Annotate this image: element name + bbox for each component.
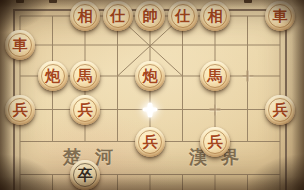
piece-red-仕[interactable]: 仕 (103, 1, 133, 31)
xiangqi-board: 楚河 漢界 相仕帥仕相車車炮馬炮馬兵兵兵兵兵卒 (0, 0, 304, 190)
file-number-mark (16, 0, 24, 3)
piece-label: 兵 (135, 127, 165, 157)
piece-red-炮[interactable]: 炮 (135, 61, 165, 91)
piece-label: 炮 (135, 61, 165, 91)
piece-red-相[interactable]: 相 (70, 1, 100, 31)
piece-red-車[interactable]: 車 (5, 30, 35, 60)
piece-red-相[interactable]: 相 (200, 1, 230, 31)
point-cross-marker (210, 104, 221, 115)
piece-label: 相 (70, 1, 100, 31)
piece-label: 兵 (70, 95, 100, 125)
piece-label: 馬 (200, 61, 230, 91)
piece-red-帥[interactable]: 帥 (135, 1, 165, 31)
piece-red-兵[interactable]: 兵 (200, 127, 230, 157)
piece-label: 相 (200, 1, 230, 31)
piece-label: 炮 (38, 61, 68, 91)
piece-label: 帥 (135, 1, 165, 31)
piece-label: 車 (265, 1, 295, 31)
piece-red-仕[interactable]: 仕 (168, 1, 198, 31)
piece-red-馬[interactable]: 馬 (70, 61, 100, 91)
piece-label: 兵 (200, 127, 230, 157)
piece-red-兵[interactable]: 兵 (5, 95, 35, 125)
piece-label: 仕 (168, 1, 198, 31)
piece-red-兵[interactable]: 兵 (265, 95, 295, 125)
piece-red-兵[interactable]: 兵 (135, 127, 165, 157)
piece-label: 車 (5, 30, 35, 60)
piece-red-炮[interactable]: 炮 (38, 61, 68, 91)
piece-red-車[interactable]: 車 (265, 1, 295, 31)
file-number-mark (244, 0, 252, 3)
file-number-mark (49, 0, 57, 3)
piece-label: 兵 (265, 95, 295, 125)
piece-label: 馬 (70, 61, 100, 91)
piece-label: 卒 (70, 160, 100, 190)
last-move-glow-marker (143, 102, 158, 117)
piece-red-兵[interactable]: 兵 (70, 95, 100, 125)
piece-label: 仕 (103, 1, 133, 31)
piece-black-卒[interactable]: 卒 (70, 160, 100, 190)
piece-label: 兵 (5, 95, 35, 125)
piece-red-馬[interactable]: 馬 (200, 61, 230, 91)
point-cross-marker (242, 71, 253, 82)
